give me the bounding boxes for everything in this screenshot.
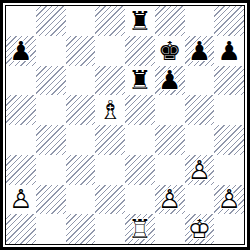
square-a8[interactable] bbox=[6, 6, 36, 36]
square-f7[interactable]: ♚♚ bbox=[155, 36, 185, 66]
white-rook-icon: ♖ bbox=[125, 214, 155, 244]
square-d4[interactable] bbox=[95, 125, 125, 155]
white-pawn-underlay: ♟ bbox=[214, 185, 244, 215]
black-rook-underlay: ♜ bbox=[125, 6, 155, 36]
square-h4[interactable] bbox=[214, 125, 244, 155]
black-king-icon: ♚ bbox=[155, 36, 185, 66]
square-a2[interactable]: ♟♙ bbox=[6, 185, 36, 215]
square-g8[interactable] bbox=[185, 6, 215, 36]
square-f2[interactable]: ♟♙ bbox=[155, 185, 185, 215]
black-king-underlay: ♚ bbox=[155, 36, 185, 66]
square-b2[interactable] bbox=[36, 185, 66, 215]
white-pawn-icon: ♙ bbox=[155, 185, 185, 215]
square-d2[interactable] bbox=[95, 185, 125, 215]
square-h5[interactable] bbox=[214, 95, 244, 125]
square-e4[interactable] bbox=[125, 125, 155, 155]
square-e2[interactable] bbox=[125, 185, 155, 215]
square-g1[interactable]: ♚♔ bbox=[185, 214, 215, 244]
chess-board: ♜♜♟♟♚♚♟♟♟♟♜♜♟♟♝♗♟♙♟♙♟♙♟♙♜♖♚♔ bbox=[5, 5, 245, 245]
black-pawn-icon: ♟ bbox=[185, 36, 215, 66]
white-bishop-underlay: ♝ bbox=[95, 95, 125, 125]
square-h7[interactable]: ♟♟ bbox=[214, 36, 244, 66]
square-c6[interactable] bbox=[66, 66, 96, 96]
white-king-underlay: ♚ bbox=[185, 214, 215, 244]
square-e7[interactable] bbox=[125, 36, 155, 66]
square-d7[interactable] bbox=[95, 36, 125, 66]
square-b1[interactable] bbox=[36, 214, 66, 244]
white-pawn-icon: ♙ bbox=[214, 185, 244, 215]
square-g3[interactable]: ♟♙ bbox=[185, 155, 215, 185]
square-a4[interactable] bbox=[6, 125, 36, 155]
black-pawn-underlay: ♟ bbox=[214, 36, 244, 66]
black-rook-underlay: ♜ bbox=[125, 66, 155, 96]
black-pawn-icon: ♟ bbox=[6, 36, 36, 66]
square-g4[interactable] bbox=[185, 125, 215, 155]
square-f1[interactable] bbox=[155, 214, 185, 244]
square-b6[interactable] bbox=[36, 66, 66, 96]
square-b7[interactable] bbox=[36, 36, 66, 66]
square-g5[interactable] bbox=[185, 95, 215, 125]
square-g7[interactable]: ♟♟ bbox=[185, 36, 215, 66]
square-b8[interactable] bbox=[36, 6, 66, 36]
square-c3[interactable] bbox=[66, 155, 96, 185]
white-bishop-icon: ♗ bbox=[95, 95, 125, 125]
square-g2[interactable] bbox=[185, 185, 215, 215]
black-rook-icon: ♜ bbox=[125, 66, 155, 96]
square-a1[interactable] bbox=[6, 214, 36, 244]
square-f3[interactable] bbox=[155, 155, 185, 185]
square-d5[interactable]: ♝♗ bbox=[95, 95, 125, 125]
square-a3[interactable] bbox=[6, 155, 36, 185]
square-d6[interactable] bbox=[95, 66, 125, 96]
black-rook-icon: ♜ bbox=[125, 6, 155, 36]
square-d3[interactable] bbox=[95, 155, 125, 185]
black-pawn-underlay: ♟ bbox=[155, 66, 185, 96]
white-pawn-underlay: ♟ bbox=[185, 155, 215, 185]
white-pawn-icon: ♙ bbox=[6, 185, 36, 215]
square-a7[interactable]: ♟♟ bbox=[6, 36, 36, 66]
square-e5[interactable] bbox=[125, 95, 155, 125]
square-e8[interactable]: ♜♜ bbox=[125, 6, 155, 36]
white-pawn-underlay: ♟ bbox=[155, 185, 185, 215]
square-c2[interactable] bbox=[66, 185, 96, 215]
square-a5[interactable] bbox=[6, 95, 36, 125]
square-b3[interactable] bbox=[36, 155, 66, 185]
square-e3[interactable] bbox=[125, 155, 155, 185]
square-a6[interactable] bbox=[6, 66, 36, 96]
square-c1[interactable] bbox=[66, 214, 96, 244]
square-g6[interactable] bbox=[185, 66, 215, 96]
black-pawn-underlay: ♟ bbox=[185, 36, 215, 66]
square-h6[interactable] bbox=[214, 66, 244, 96]
black-pawn-icon: ♟ bbox=[214, 36, 244, 66]
square-d8[interactable] bbox=[95, 6, 125, 36]
square-c8[interactable] bbox=[66, 6, 96, 36]
square-f4[interactable] bbox=[155, 125, 185, 155]
white-pawn-underlay: ♟ bbox=[6, 185, 36, 215]
white-king-icon: ♔ bbox=[185, 214, 215, 244]
square-f5[interactable] bbox=[155, 95, 185, 125]
square-h1[interactable] bbox=[214, 214, 244, 244]
board-frame: ♜♜♟♟♚♚♟♟♟♟♜♜♟♟♝♗♟♙♟♙♟♙♟♙♜♖♚♔ bbox=[0, 0, 250, 250]
square-e6[interactable]: ♜♜ bbox=[125, 66, 155, 96]
square-c5[interactable] bbox=[66, 95, 96, 125]
square-h3[interactable] bbox=[214, 155, 244, 185]
white-rook-underlay: ♜ bbox=[125, 214, 155, 244]
square-e1[interactable]: ♜♖ bbox=[125, 214, 155, 244]
black-pawn-icon: ♟ bbox=[155, 66, 185, 96]
square-b4[interactable] bbox=[36, 125, 66, 155]
square-h2[interactable]: ♟♙ bbox=[214, 185, 244, 215]
square-c7[interactable] bbox=[66, 36, 96, 66]
square-b5[interactable] bbox=[36, 95, 66, 125]
white-pawn-icon: ♙ bbox=[185, 155, 215, 185]
black-pawn-underlay: ♟ bbox=[6, 36, 36, 66]
square-f6[interactable]: ♟♟ bbox=[155, 66, 185, 96]
square-f8[interactable] bbox=[155, 6, 185, 36]
square-c4[interactable] bbox=[66, 125, 96, 155]
square-h8[interactable] bbox=[214, 6, 244, 36]
square-d1[interactable] bbox=[95, 214, 125, 244]
